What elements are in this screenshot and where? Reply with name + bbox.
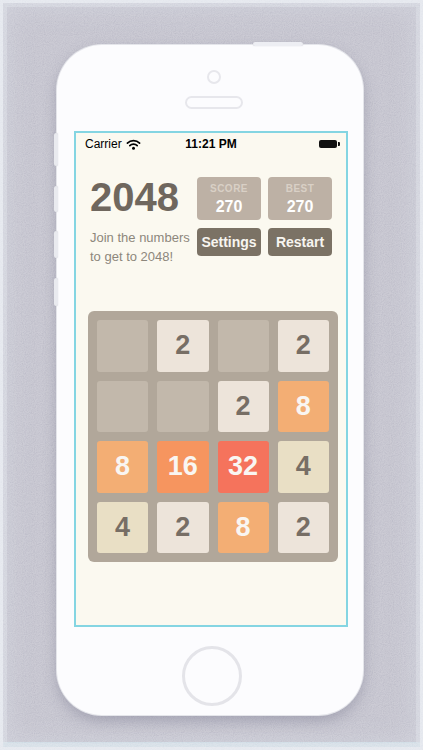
clock-label: 11:21 PM [169,137,253,151]
tile-2: 2 [157,320,208,372]
tile-32: 32 [218,441,269,493]
mute-switch [54,133,58,166]
tile-2: 2 [278,320,329,372]
carrier-label: Carrier [85,137,122,151]
phone-screen: Carrier 11:21 PM 2048 [74,131,348,627]
tile-2: 2 [278,502,329,554]
empty-cell [97,320,148,372]
tile-16: 16 [157,441,208,493]
side-button [54,278,58,306]
score-label: SCORE [197,183,261,194]
best-label: BEST [268,183,332,194]
empty-cell [218,320,269,372]
front-camera-icon [207,70,221,84]
wifi-icon [126,139,141,150]
tile-4: 4 [97,502,148,554]
settings-button[interactable]: Settings [197,228,261,256]
score-box: SCORE 270 [197,177,261,220]
score-value: 270 [197,198,261,216]
tagline: Join the numbers to get to 2048! [90,228,197,266]
phone-frame: Carrier 11:21 PM 2048 [57,45,363,715]
empty-cell [97,381,148,433]
best-value: 270 [268,198,332,216]
tile-8: 8 [97,441,148,493]
status-bar: Carrier 11:21 PM [76,133,346,155]
battery-icon [319,140,337,148]
volume-up-button [54,186,58,212]
tile-2: 2 [218,381,269,433]
tile-2: 2 [157,502,208,554]
tile-4: 4 [278,441,329,493]
game-board[interactable]: 22288163244282 [88,311,338,562]
earpiece-speaker [185,96,243,109]
tagline-line1: Join the numbers [90,228,197,247]
page-background: Carrier 11:21 PM 2048 [0,0,423,750]
tile-8: 8 [218,502,269,554]
game-header: 2048 Join the numbers to get to 2048! SC… [76,155,346,266]
empty-cell [157,381,208,433]
best-box: BEST 270 [268,177,332,220]
page-title: 2048 [90,170,197,225]
restart-button[interactable]: Restart [268,228,332,256]
tile-8: 8 [278,381,329,433]
volume-down-button [54,231,58,258]
home-button [182,646,242,706]
power-button [253,42,303,46]
tagline-line2: to get to 2048! [90,247,197,266]
